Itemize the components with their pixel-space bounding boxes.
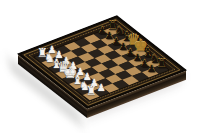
piece-black-pawn-h7[interactable]: ♟: [147, 64, 156, 74]
piece-black-rook-h8[interactable]: ♜: [156, 58, 167, 70]
chess-set-photo: ♜♟♞♟♝♟♛♟♚♟♟♜♝♟♟♞♞♟♟♝♜♟♟♛♟♚♟♝♟♞♟♜: [0, 0, 200, 133]
piece-white-pawn-h2[interactable]: ♟: [97, 83, 106, 93]
piece-white-rook-h1[interactable]: ♜: [86, 85, 97, 97]
